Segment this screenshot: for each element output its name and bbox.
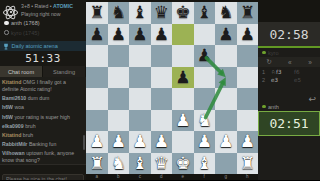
square-c2[interactable]: ♟ — [129, 131, 151, 153]
square-e2[interactable] — [172, 131, 194, 153]
chat-username[interactable]: RabbitMilr — [2, 141, 27, 147]
clock-white-active: 02:51 — [258, 111, 320, 136]
online-dot — [262, 105, 266, 109]
white-player-row[interactable]: anth (1768) — [4, 20, 84, 26]
square-d2[interactable]: ♟ — [151, 131, 173, 153]
chat-text: woa — [14, 104, 24, 110]
file-coordinates: abcdefgh — [86, 174, 258, 181]
chat-input[interactable] — [2, 174, 84, 181]
chat-message: RabbitMilrBanking fun — [2, 141, 81, 148]
chat-username[interactable]: h6W — [2, 114, 13, 120]
piece-white-pawn-a2[interactable]: ♟ — [86, 131, 108, 153]
chat-username[interactable]: Kitatind — [2, 79, 21, 85]
piece-black-pawn-e5[interactable]: ♟ — [172, 67, 194, 89]
square-c5[interactable] — [129, 67, 151, 89]
move-san[interactable]: f6 — [294, 69, 320, 75]
square-g6[interactable] — [215, 45, 237, 67]
chat-message: h6Wyour rating is super high — [2, 114, 81, 121]
square-c1[interactable]: ♝ — [129, 153, 151, 175]
game-status: Playing right now — [21, 11, 84, 17]
square-a4[interactable] — [86, 88, 108, 110]
square-e3[interactable]: ♟ — [172, 110, 194, 132]
square-d1[interactable]: ♛ — [151, 153, 173, 175]
tournament-name[interactable]: Daily atomic arena — [12, 43, 58, 49]
square-d3[interactable] — [151, 110, 173, 132]
piece-black-king-e8[interactable]: ♚ — [172, 2, 194, 24]
square-e6[interactable] — [172, 45, 194, 67]
file-label-d: d — [151, 174, 173, 181]
online-dot — [262, 51, 266, 55]
piece-black-pawn-f6[interactable]: ♟ — [194, 45, 216, 67]
chat-text: Banking fun — [29, 141, 56, 147]
chat-username[interactable]: elka0909 — [2, 123, 24, 129]
square-e8[interactable]: ♚ — [172, 2, 194, 24]
variant-link[interactable]: ATOMIC — [53, 3, 73, 9]
square-d4[interactable] — [151, 88, 173, 110]
square-f5[interactable] — [194, 67, 216, 89]
piece-white-pawn-d2[interactable]: ♟ — [151, 131, 173, 153]
square-c3[interactable] — [129, 110, 151, 132]
square-a2[interactable]: ♟ — [86, 131, 108, 153]
file-label-e: e — [172, 174, 194, 181]
chat-username[interactable]: h6W — [2, 104, 13, 110]
white-color-icon — [4, 21, 9, 26]
piece-black-pawn-c7[interactable]: ♟ — [129, 24, 151, 46]
square-d7[interactable]: ♟ — [151, 24, 173, 46]
square-h4[interactable] — [237, 88, 259, 110]
piece-white-pawn-c2[interactable]: ♟ — [129, 131, 151, 153]
clock-black: 02:58 — [258, 22, 320, 46]
square-g8[interactable]: ♞ — [215, 2, 237, 24]
right-panel-fill — [258, 136, 320, 180]
square-f3[interactable]: ♞ — [194, 110, 216, 132]
chat-username[interactable]: Vilhowan — [2, 150, 25, 156]
tab-chat-room[interactable]: Chat room — [0, 66, 43, 77]
piece-white-queen-d1[interactable]: ♛ — [151, 153, 173, 175]
file-label-a: a — [86, 174, 108, 181]
piece-white-pawn-b2[interactable]: ♟ — [108, 131, 130, 153]
square-b2[interactable]: ♟ — [108, 131, 130, 153]
square-a8[interactable]: ♜ — [86, 2, 108, 24]
square-a6[interactable] — [86, 45, 108, 67]
piece-black-queen-d8[interactable]: ♛ — [151, 2, 173, 24]
piece-white-pawn-f2[interactable]: ♟ — [194, 131, 216, 153]
square-h7[interactable]: ♟ — [237, 24, 259, 46]
chat-input-wrap — [0, 164, 86, 180]
tournament-countdown: 51:33 — [0, 51, 86, 66]
game-info-block: 3+8 • Rated • ATOMIC Playing right now a… — [0, 0, 86, 41]
chat-scrollbar[interactable] — [83, 135, 85, 150]
move-san[interactable]: ♘f3 — [269, 69, 294, 75]
square-b7[interactable]: ♟ — [108, 24, 130, 46]
square-c6[interactable] — [129, 45, 151, 67]
piece-black-knight-g8[interactable]: ♞ — [215, 2, 237, 24]
left-sidebar: 3+8 • Rated • ATOMIC Playing right now a… — [0, 0, 86, 180]
chat-tabs: Chat room Standing — [0, 66, 86, 77]
chat-text: bruh — [23, 132, 33, 138]
chat-username[interactable]: Kitatind — [2, 132, 21, 138]
square-g1[interactable] — [215, 153, 237, 175]
white-player-name[interactable]: anth (1768) — [11, 20, 40, 26]
right-panel: 02:58 kyro ↻ « » 1♘f3f62e3e5↩ anth 02:51 — [258, 0, 320, 180]
square-g4[interactable] — [215, 88, 237, 110]
chat-username[interactable]: Bami2610 — [2, 95, 26, 101]
black-player-row[interactable]: kyro (1745) — [4, 30, 84, 36]
piece-white-pawn-h2[interactable]: ♟ — [237, 131, 259, 153]
square-f6[interactable]: ♟ — [194, 45, 216, 67]
piece-white-pawn-e3[interactable]: ♟ — [172, 110, 194, 132]
piece-white-king-e1[interactable]: ♚ — [172, 153, 194, 175]
right-panel-spacer — [258, 0, 320, 22]
rated-label: Rated — [35, 3, 49, 9]
square-f8[interactable]: ♝ — [194, 2, 216, 24]
square-g5[interactable] — [215, 67, 237, 89]
chat-message-list: KitatindOMG I finally got a definite Ato… — [0, 77, 86, 164]
move-list-controls: ↻ « » — [258, 57, 320, 67]
black-player-name[interactable]: kyro (1745) — [11, 30, 39, 36]
square-a1[interactable]: ♜ — [86, 153, 108, 175]
chat-message: KitatindOMG I finally got a definite Ato… — [2, 79, 81, 93]
square-g3[interactable] — [215, 110, 237, 132]
square-f2[interactable]: ♟ — [194, 131, 216, 153]
square-f7[interactable] — [194, 24, 216, 46]
piece-white-bishop-c1[interactable]: ♝ — [129, 153, 151, 175]
piece-black-bishop-c8[interactable]: ♝ — [129, 2, 151, 24]
piece-white-knight-f3[interactable]: ♞ — [194, 110, 216, 132]
black-player-row-right[interactable]: kyro — [258, 48, 320, 57]
piece-black-bishop-f8[interactable]: ♝ — [194, 2, 216, 24]
square-g7[interactable]: ♟ — [215, 24, 237, 46]
square-b3[interactable] — [108, 110, 130, 132]
square-h2[interactable]: ♟ — [237, 131, 259, 153]
chat-message: elka0909bruh — [2, 123, 81, 130]
square-h5[interactable] — [237, 67, 259, 89]
next-move-icon[interactable]: » — [308, 59, 312, 66]
white-player-name-right[interactable]: anth — [268, 104, 279, 110]
move-number: 1 — [258, 69, 269, 75]
piece-black-rook-a8[interactable]: ♜ — [86, 2, 108, 24]
trophy-icon — [3, 43, 9, 50]
chat-message: Kitatindbruh — [2, 132, 81, 139]
game-meta-line: 3+8 • Rated • ATOMIC — [21, 3, 84, 9]
curved-arrow-icon[interactable]: ↩ — [308, 94, 316, 104]
piece-white-bishop-f1[interactable]: ♝ — [194, 153, 216, 175]
file-label-b: b — [108, 174, 130, 181]
prev-move-icon[interactable]: « — [288, 59, 292, 66]
square-b8[interactable]: ♞ — [108, 2, 130, 24]
black-color-icon — [4, 30, 9, 35]
move-list: 1♘f3f62e3e5↩ — [258, 67, 320, 102]
square-e1[interactable]: ♚ — [172, 153, 194, 175]
chess-board: ♜♞♝♛♚♝♞♜♟♟♟♟♟♟♟♟♟♞♟♟♟♟♟♟♟♜♞♝♛♚♝♜ — [86, 2, 258, 174]
tournament-banner[interactable]: Daily atomic arena — [0, 41, 86, 51]
piece-black-pawn-d7[interactable]: ♟ — [151, 24, 173, 46]
square-a7[interactable]: ♟ — [86, 24, 108, 46]
square-h3[interactable] — [237, 110, 259, 132]
atomic-variant-icon — [3, 4, 18, 19]
square-b4[interactable] — [108, 88, 130, 110]
square-g2[interactable]: ♟ — [215, 131, 237, 153]
flip-icon[interactable]: ↻ — [266, 58, 271, 66]
chat-text: bruh — [25, 123, 35, 129]
square-b6[interactable] — [108, 45, 130, 67]
file-label-h: h — [237, 174, 259, 181]
square-h6[interactable] — [237, 45, 259, 67]
square-f4[interactable] — [194, 88, 216, 110]
file-label-g: g — [215, 174, 237, 181]
square-e7[interactable] — [172, 24, 194, 46]
file-label-f: f — [194, 174, 216, 181]
piece-black-pawn-g7[interactable]: ♟ — [215, 24, 237, 46]
square-e4[interactable] — [172, 88, 194, 110]
piece-white-pawn-g2[interactable]: ♟ — [215, 131, 237, 153]
lichess-game-screen: 3+8 • Rated • ATOMIC Playing right now a… — [0, 0, 320, 180]
piece-white-rook-a1[interactable]: ♜ — [86, 153, 108, 175]
square-b1[interactable]: ♞ — [108, 153, 130, 175]
piece-black-knight-b8[interactable]: ♞ — [108, 2, 130, 24]
square-c4[interactable] — [129, 88, 151, 110]
square-a3[interactable] — [86, 110, 108, 132]
tab-standing[interactable]: Standing — [43, 66, 86, 77]
piece-white-knight-b1[interactable]: ♞ — [108, 153, 130, 175]
square-h1[interactable]: ♜ — [237, 153, 259, 175]
square-d5[interactable] — [151, 67, 173, 89]
piece-white-rook-h1[interactable]: ♜ — [237, 153, 259, 175]
piece-black-pawn-a7[interactable]: ♟ — [86, 24, 108, 46]
chat-text: your rating is super high — [14, 114, 69, 120]
chat-message: Vilhowanuptown funk, anyone know that so… — [2, 150, 81, 164]
square-b5[interactable] — [108, 67, 130, 89]
time-control: 3+8 — [21, 3, 30, 9]
file-label-c: c — [129, 174, 151, 181]
square-a5[interactable] — [86, 67, 108, 89]
piece-black-pawn-h7[interactable]: ♟ — [237, 24, 259, 46]
piece-black-pawn-b7[interactable]: ♟ — [108, 24, 130, 46]
square-e5[interactable]: ♟ — [172, 67, 194, 89]
chat-text: dum dum — [28, 95, 50, 101]
square-h8[interactable]: ♜ — [237, 2, 259, 24]
chat-message: h6Wwoa — [2, 104, 81, 111]
square-c8[interactable]: ♝ — [129, 2, 151, 24]
square-c7[interactable]: ♟ — [129, 24, 151, 46]
square-f1[interactable]: ♝ — [194, 153, 216, 175]
move-san[interactable]: e5 — [294, 77, 320, 83]
black-player-name-right[interactable]: kyro — [268, 50, 279, 56]
move-number: 2 — [258, 77, 269, 83]
chat-message: Bami2610dum dum — [2, 95, 81, 102]
piece-black-rook-h8[interactable]: ♜ — [237, 2, 259, 24]
move-row[interactable]: 2e3e5 — [258, 76, 320, 84]
square-d8[interactable]: ♛ — [151, 2, 173, 24]
square-d6[interactable] — [151, 45, 173, 67]
move-row[interactable]: 1♘f3f6 — [258, 68, 320, 76]
move-san[interactable]: e3 — [269, 77, 294, 83]
